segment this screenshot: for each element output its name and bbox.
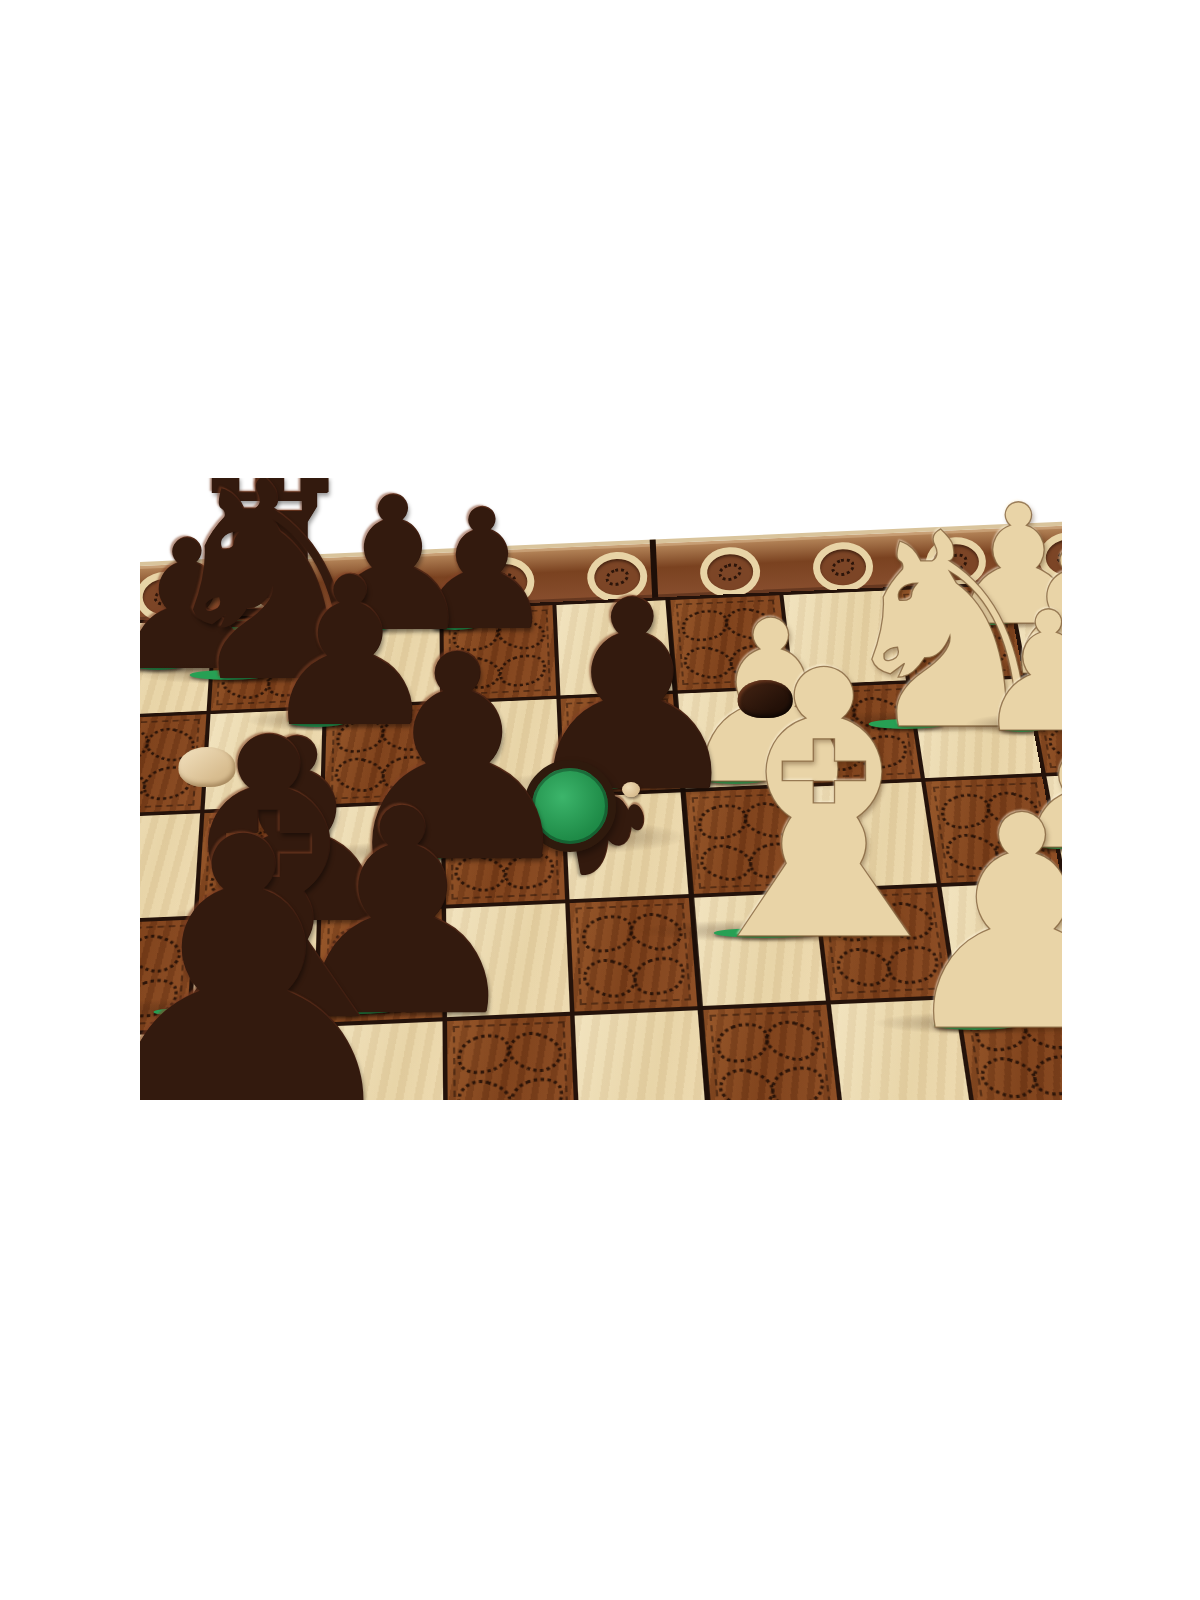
light-bishop: ♝ (658, 676, 871, 936)
dark-pawn-glyph: ♟ (140, 787, 295, 1100)
dark-finial-cap (738, 680, 793, 718)
dark-pawn-clipped: ♟ (140, 843, 295, 1100)
light-pawn: ♟ (890, 820, 1061, 1028)
pieces-layer: ♟♜♟♟♟♟♞♟♞♟♟♟♟♟♟♟♝♟♝♟♟ (140, 478, 1062, 1100)
fallen-pawn-light-tip (622, 782, 640, 797)
light-pawn-glyph: ♟ (890, 778, 1061, 1073)
chess-set-photo: ♟♜♟♟♟♟♞♟♞♟♟♟♟♟♟♟♝♟♝♟♟ (140, 478, 1062, 1100)
